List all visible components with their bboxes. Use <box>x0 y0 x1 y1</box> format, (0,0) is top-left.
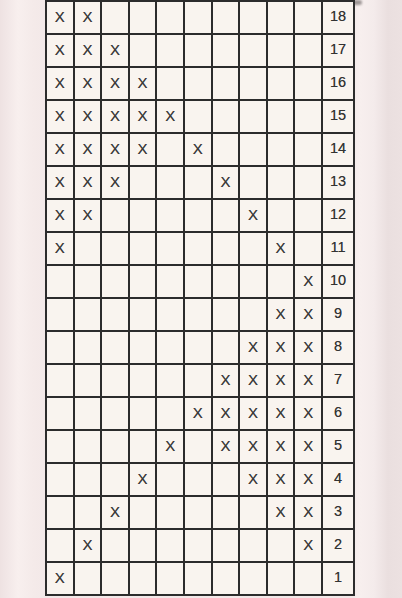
grid-cell[interactable]: X <box>295 332 321 363</box>
photographed-chart-page: XX18XXX17XXXX16XXXXX15XXXXX14XXXX13XXX12… <box>0 0 402 598</box>
row-number-label: 5 <box>323 431 353 462</box>
grid-cell[interactable] <box>213 530 239 561</box>
grid-cell[interactable] <box>47 530 73 561</box>
grid-cell[interactable]: X <box>47 563 73 594</box>
grid-cell[interactable]: X <box>268 431 294 462</box>
row-number-label: 12 <box>323 200 353 231</box>
grid-cell[interactable]: X <box>240 398 266 429</box>
grid-cell[interactable] <box>102 464 128 495</box>
grid-cell[interactable]: X <box>295 398 321 429</box>
grid-cell[interactable]: X <box>102 101 128 132</box>
row-number-label: 6 <box>323 398 353 429</box>
grid-cell[interactable]: X <box>75 167 101 198</box>
grid-cell[interactable]: X <box>102 497 128 528</box>
grid-cell[interactable] <box>213 332 239 363</box>
grid-cell[interactable] <box>130 332 156 363</box>
grid-cell[interactable]: X <box>268 365 294 396</box>
grid-cell[interactable]: X <box>75 68 101 99</box>
grid-cell[interactable] <box>130 200 156 231</box>
grid-cell[interactable]: X <box>240 200 266 231</box>
grid-cell[interactable] <box>213 266 239 297</box>
grid-cell[interactable] <box>268 266 294 297</box>
grid-cell[interactable] <box>185 2 211 33</box>
grid-cell[interactable]: X <box>47 233 73 264</box>
grid-cell[interactable]: X <box>185 398 211 429</box>
grid-cell[interactable] <box>157 2 183 33</box>
grid-cell[interactable] <box>130 530 156 561</box>
grid-cell[interactable] <box>130 35 156 66</box>
grid-cell[interactable] <box>130 563 156 594</box>
grid-cell[interactable] <box>157 464 183 495</box>
row-number-label: 4 <box>323 464 353 495</box>
grid-cell[interactable] <box>75 464 101 495</box>
row-number-label: 11 <box>323 233 353 264</box>
grid-cell[interactable]: X <box>268 497 294 528</box>
grid-cell[interactable] <box>240 68 266 99</box>
grid-cell[interactable] <box>157 332 183 363</box>
grid-cell[interactable] <box>130 398 156 429</box>
grid-cell[interactable] <box>295 68 321 99</box>
grid-cell[interactable] <box>295 563 321 594</box>
grid-cell[interactable] <box>47 497 73 528</box>
grid-cell[interactable]: X <box>213 167 239 198</box>
grid-cell[interactable] <box>213 497 239 528</box>
grid-cell[interactable] <box>102 332 128 363</box>
row-number-label: 10 <box>323 266 353 297</box>
grid-cell[interactable]: X <box>47 200 73 231</box>
grid-cell[interactable]: X <box>157 431 183 462</box>
grid-cell[interactable] <box>185 332 211 363</box>
grid-cell[interactable] <box>130 233 156 264</box>
grid-cell[interactable] <box>157 266 183 297</box>
grid-cell[interactable]: X <box>240 431 266 462</box>
grid-cell[interactable] <box>213 134 239 165</box>
row-number-label: 17 <box>323 35 353 66</box>
grid-cell[interactable] <box>240 266 266 297</box>
grid-cell[interactable] <box>240 35 266 66</box>
grid-cell[interactable]: X <box>295 530 321 561</box>
grid-cell[interactable] <box>185 233 211 264</box>
grid-cell[interactable] <box>157 68 183 99</box>
grid-cell[interactable]: X <box>102 167 128 198</box>
grid-cell[interactable] <box>295 35 321 66</box>
grid-cell[interactable] <box>268 101 294 132</box>
grid-cell[interactable]: X <box>75 200 101 231</box>
pattern-grid: XX18XXX17XXXX16XXXXX15XXXXX14XXXX13XXX12… <box>45 0 355 596</box>
grid-cell[interactable] <box>213 68 239 99</box>
grid-cell[interactable] <box>75 299 101 330</box>
grid-cell[interactable]: X <box>240 464 266 495</box>
grid-cell[interactable]: X <box>268 299 294 330</box>
grid-cell[interactable] <box>268 167 294 198</box>
grid-cell[interactable]: X <box>102 134 128 165</box>
grid-cell[interactable] <box>47 332 73 363</box>
grid-cell[interactable] <box>185 266 211 297</box>
grid-cell[interactable] <box>185 365 211 396</box>
grid-cell[interactable]: X <box>213 365 239 396</box>
grid-cell[interactable]: X <box>47 167 73 198</box>
grid-cell[interactable] <box>102 365 128 396</box>
grid-cell[interactable] <box>240 497 266 528</box>
grid-cell[interactable]: X <box>268 332 294 363</box>
grid-cell[interactable]: X <box>295 365 321 396</box>
grid-cell[interactable] <box>157 497 183 528</box>
grid-cell[interactable] <box>75 332 101 363</box>
grid-cell[interactable] <box>268 35 294 66</box>
grid-cell[interactable] <box>157 398 183 429</box>
grid-cell[interactable] <box>157 365 183 396</box>
grid-cell[interactable] <box>295 200 321 231</box>
grid-cell[interactable] <box>102 200 128 231</box>
grid-cell[interactable]: X <box>295 464 321 495</box>
grid-cell[interactable] <box>295 2 321 33</box>
grid-cell[interactable]: X <box>75 2 101 33</box>
grid-cell[interactable] <box>240 101 266 132</box>
grid-cell[interactable]: X <box>47 35 73 66</box>
row-number-label: 16 <box>323 68 353 99</box>
grid-cell[interactable] <box>102 563 128 594</box>
row-number-label: 9 <box>323 299 353 330</box>
grid-cell[interactable]: X <box>157 101 183 132</box>
grid-cell[interactable] <box>47 431 73 462</box>
grid-cell[interactable]: X <box>47 68 73 99</box>
row-number-label: 2 <box>323 530 353 561</box>
grid-cell[interactable] <box>295 167 321 198</box>
grid-cell[interactable] <box>47 398 73 429</box>
grid-cell[interactable] <box>130 497 156 528</box>
grid-cell[interactable] <box>185 200 211 231</box>
grid-cell[interactable]: X <box>213 398 239 429</box>
grid-cell[interactable] <box>102 266 128 297</box>
grid-cell[interactable] <box>213 233 239 264</box>
grid-cell[interactable] <box>157 200 183 231</box>
grid-cell[interactable] <box>213 200 239 231</box>
grid-cell[interactable]: X <box>130 101 156 132</box>
grid-cell[interactable] <box>157 134 183 165</box>
grid-cell[interactable] <box>185 497 211 528</box>
grid-cell[interactable] <box>47 299 73 330</box>
grid-cell[interactable] <box>240 530 266 561</box>
grid-cell[interactable] <box>185 530 211 561</box>
grid-cell[interactable] <box>157 530 183 561</box>
grid-cell[interactable] <box>268 134 294 165</box>
grid-cell[interactable] <box>295 101 321 132</box>
grid-cell[interactable] <box>102 398 128 429</box>
grid-cell[interactable] <box>75 398 101 429</box>
grid-cell[interactable] <box>213 299 239 330</box>
grid-cell[interactable] <box>185 35 211 66</box>
row-number-label: 13 <box>323 167 353 198</box>
grid-cell[interactable] <box>240 134 266 165</box>
grid-cell[interactable] <box>240 167 266 198</box>
grid-cell[interactable] <box>75 365 101 396</box>
grid-cell[interactable] <box>130 266 156 297</box>
grid-cell[interactable] <box>102 299 128 330</box>
grid-cell[interactable]: X <box>47 134 73 165</box>
grid-cell[interactable] <box>157 563 183 594</box>
grid-cell[interactable] <box>240 563 266 594</box>
grid-cell[interactable] <box>102 2 128 33</box>
row-number-label: 8 <box>323 332 353 363</box>
row-number-label: 3 <box>323 497 353 528</box>
grid-cell[interactable] <box>185 563 211 594</box>
grid-cell[interactable] <box>185 167 211 198</box>
grid-cell[interactable] <box>213 35 239 66</box>
grid-cell[interactable]: X <box>102 35 128 66</box>
grid-cell[interactable] <box>157 299 183 330</box>
grid-cell[interactable]: X <box>130 464 156 495</box>
row-number-label: 15 <box>323 101 353 132</box>
grid-cell[interactable] <box>185 299 211 330</box>
grid-cell[interactable]: X <box>75 134 101 165</box>
grid-cell[interactable] <box>102 530 128 561</box>
grid-cell[interactable] <box>47 266 73 297</box>
grid-cell[interactable] <box>240 2 266 33</box>
grid-cell[interactable] <box>157 35 183 66</box>
row-number-label: 14 <box>323 134 353 165</box>
grid-cell[interactable] <box>295 233 321 264</box>
grid-cell[interactable] <box>240 299 266 330</box>
grid-cell[interactable] <box>240 233 266 264</box>
grid-cell[interactable] <box>130 2 156 33</box>
grid-cell[interactable] <box>268 2 294 33</box>
grid-cell[interactable] <box>185 68 211 99</box>
grid-cell[interactable] <box>47 365 73 396</box>
grid-cell[interactable] <box>75 497 101 528</box>
grid-cell[interactable]: X <box>185 134 211 165</box>
grid-cell[interactable]: X <box>47 101 73 132</box>
grid-cell[interactable]: X <box>295 299 321 330</box>
grid-cell[interactable] <box>213 2 239 33</box>
grid-cell[interactable]: X <box>268 398 294 429</box>
grid-cell[interactable] <box>157 233 183 264</box>
grid-cell[interactable]: X <box>75 101 101 132</box>
grid-cell[interactable] <box>130 365 156 396</box>
grid-cell[interactable] <box>185 101 211 132</box>
grid-cell[interactable] <box>185 464 211 495</box>
grid-cell[interactable]: X <box>268 464 294 495</box>
grid-cell[interactable] <box>102 431 128 462</box>
grid-cell[interactable] <box>130 299 156 330</box>
grid-cell[interactable] <box>295 134 321 165</box>
grid-cell[interactable] <box>47 464 73 495</box>
grid-cell[interactable]: X <box>130 134 156 165</box>
grid-cell[interactable]: X <box>295 266 321 297</box>
grid-cell[interactable] <box>157 167 183 198</box>
grid-cell[interactable]: X <box>47 2 73 33</box>
row-number-label: 1 <box>323 563 353 594</box>
grid-cell[interactable] <box>268 563 294 594</box>
grid-cell[interactable] <box>213 563 239 594</box>
grid-cell[interactable]: X <box>240 332 266 363</box>
grid-cell[interactable] <box>268 68 294 99</box>
grid-cell[interactable] <box>130 167 156 198</box>
grid-cell[interactable]: X <box>213 431 239 462</box>
grid-cell[interactable] <box>213 101 239 132</box>
grid-cell[interactable] <box>75 563 101 594</box>
grid-cell[interactable]: X <box>268 233 294 264</box>
grid-cell[interactable] <box>75 266 101 297</box>
row-number-label: 18 <box>323 2 353 33</box>
grid-cell[interactable]: X <box>130 68 156 99</box>
grid-cell[interactable]: X <box>75 35 101 66</box>
grid-cell[interactable] <box>213 464 239 495</box>
grid-cell[interactable]: X <box>295 497 321 528</box>
row-number-label: 7 <box>323 365 353 396</box>
grid-cell[interactable]: X <box>295 431 321 462</box>
grid-cell[interactable]: X <box>240 365 266 396</box>
grid-cell[interactable] <box>75 233 101 264</box>
grid-cell[interactable]: X <box>75 530 101 561</box>
grid-cell[interactable] <box>185 431 211 462</box>
grid-cell[interactable] <box>75 431 101 462</box>
grid-cell[interactable]: X <box>102 68 128 99</box>
grid-cell[interactable] <box>268 530 294 561</box>
grid-cell[interactable] <box>268 200 294 231</box>
grid-cell[interactable] <box>130 431 156 462</box>
grid-cell[interactable] <box>102 233 128 264</box>
